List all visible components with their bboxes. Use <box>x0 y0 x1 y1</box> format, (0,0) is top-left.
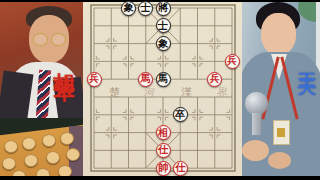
piece-red-elephant[interactable]: 相 <box>156 125 171 140</box>
xiangqi-board[interactable]: 楚河漢界 象士將士象兵兵馬馬兵卒相仕帥仕 <box>83 2 242 176</box>
piece-black-advisor-2[interactable]: 士 <box>156 18 171 33</box>
piece-black-pawn[interactable]: 卒 <box>173 107 188 122</box>
trophy-stem <box>252 113 261 135</box>
piece-black-elephant-2[interactable]: 象 <box>156 36 171 51</box>
wooden-piece <box>24 154 38 167</box>
river-label: 河 <box>143 84 156 100</box>
wooden-piece <box>58 165 72 176</box>
piece-black-general[interactable]: 將 <box>156 1 171 16</box>
wooden-piece <box>4 140 18 153</box>
piece-black-elephant-1[interactable]: 象 <box>121 1 136 16</box>
wooden-piece <box>12 170 26 176</box>
piece-red-pawn-3[interactable]: 兵 <box>207 72 222 87</box>
wooden-piece <box>22 137 36 150</box>
badge-emblem <box>277 128 285 137</box>
wooden-piece <box>66 148 80 161</box>
piece-red-pawn-1[interactable]: 兵 <box>225 54 240 69</box>
glasses-right-lens <box>51 33 66 46</box>
piece-red-pawn-2[interactable]: 兵 <box>87 72 102 87</box>
glasses-left-lens <box>33 33 48 46</box>
trophy <box>245 92 268 115</box>
left-player-name: 胡荣华 <box>50 56 78 68</box>
piece-red-general[interactable]: 帥 <box>156 161 171 176</box>
river-label: 楚 <box>109 85 120 100</box>
right-player-hand <box>268 152 291 169</box>
wooden-piece <box>60 132 74 145</box>
right-player-name: 王天一 <box>295 58 319 76</box>
left-player-photo <box>0 2 83 176</box>
wooden-piece <box>2 157 16 170</box>
video-thumbnail: 楚河漢界 象士將士象兵兵馬馬兵卒相仕帥仕 胡荣华 王天一 <box>0 0 320 180</box>
piece-black-advisor-1[interactable]: 士 <box>138 1 153 16</box>
right-player-hand <box>242 140 269 161</box>
river-label: 漢 <box>181 85 192 100</box>
piece-black-horse[interactable]: 馬 <box>156 72 171 87</box>
wooden-piece <box>46 151 60 164</box>
piece-red-advisor-2[interactable]: 仕 <box>173 161 188 176</box>
piece-red-advisor-1[interactable]: 仕 <box>156 143 171 158</box>
right-player-photo <box>242 2 320 176</box>
river-label: 界 <box>216 84 229 100</box>
wooden-piece <box>36 168 50 176</box>
piece-red-horse[interactable]: 馬 <box>138 72 153 87</box>
right-player-face <box>261 13 296 55</box>
wooden-piece <box>42 134 56 147</box>
